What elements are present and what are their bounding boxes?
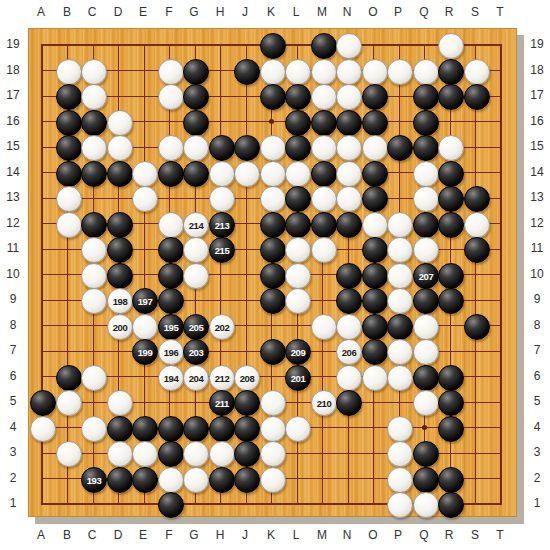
stone-black-R14: [438, 161, 464, 187]
coord-row-12-right: 12: [525, 215, 549, 231]
coord-row-11-right: 11: [525, 240, 549, 256]
star-point: [269, 119, 274, 124]
coord-col-P-top: P: [388, 4, 408, 20]
stone-white-P1: [387, 492, 413, 518]
coord-col-D-bottom: D: [108, 527, 128, 543]
stone-white-R19: [438, 33, 464, 59]
stone-black-O17: [362, 84, 388, 110]
coord-row-4-left: 4: [1, 419, 25, 435]
stone-black-E2: [132, 467, 158, 493]
stone-black-J4: [234, 416, 260, 442]
stone-white-P3: [387, 441, 413, 467]
coord-col-J-bottom: J: [235, 527, 255, 543]
stone-white-P6: [387, 365, 413, 391]
coord-row-11-left: 11: [1, 240, 25, 256]
coord-col-E-top: E: [133, 4, 153, 20]
stone-white-P18: [387, 59, 413, 85]
stone-white-K15: [260, 135, 286, 161]
stone-black-R12: [438, 212, 464, 238]
stone-white-B18: [56, 59, 82, 85]
coord-row-1-right: 1: [525, 495, 549, 511]
coord-row-13-left: 13: [1, 189, 25, 205]
coord-col-F-top: F: [159, 4, 179, 20]
stone-black-L17: [285, 84, 311, 110]
stone-black-R18: [438, 59, 464, 85]
stone-white-L14: [285, 161, 311, 187]
move-label-203-stone-G7: 203: [183, 339, 209, 365]
move-label-195-stone-F8: 195: [158, 314, 184, 340]
coord-col-T-bottom: T: [490, 527, 510, 543]
stone-black-L15: [285, 135, 311, 161]
stone-white-K5: [260, 390, 286, 416]
stone-black-H4: [209, 416, 235, 442]
stone-white-G15: [183, 135, 209, 161]
coord-row-6-left: 6: [1, 368, 25, 384]
stone-black-O9: [362, 288, 388, 314]
coord-row-5-right: 5: [525, 393, 549, 409]
stone-black-Q12: [413, 212, 439, 238]
stone-white-C6: [81, 365, 107, 391]
stone-black-R9: [438, 288, 464, 314]
stone-black-O10: [362, 263, 388, 289]
stone-white-K2: [260, 467, 286, 493]
stone-black-D11: [107, 237, 133, 263]
stone-white-S12: [464, 212, 490, 238]
stone-black-A5: [30, 390, 56, 416]
stone-black-D2: [107, 467, 133, 493]
stone-white-C17: [81, 84, 107, 110]
coord-col-A-top: A: [31, 4, 51, 20]
stone-white-Q13: [413, 186, 439, 212]
move-label-210-stone-M5: 210: [311, 390, 337, 416]
coord-col-M-bottom: M: [312, 527, 332, 543]
stone-black-H2: [209, 467, 235, 493]
stone-white-F15: [158, 135, 184, 161]
stone-white-M8: [311, 314, 337, 340]
coord-col-G-bottom: G: [184, 527, 204, 543]
stone-white-N8: [336, 314, 362, 340]
stone-black-B15: [56, 135, 82, 161]
stone-white-N17: [336, 84, 362, 110]
coord-col-H-bottom: H: [210, 527, 230, 543]
stone-white-B5: [56, 390, 82, 416]
go-diagram: 2142132152071981972001952052021991962032…: [0, 0, 550, 550]
coord-col-B-bottom: B: [57, 527, 77, 543]
stone-black-G4: [183, 416, 209, 442]
coord-row-16-left: 16: [1, 113, 25, 129]
move-label-209-stone-L7: 209: [285, 339, 311, 365]
coord-col-S-top: S: [465, 4, 485, 20]
stone-white-M13: [311, 186, 337, 212]
stone-black-Q9: [413, 288, 439, 314]
stone-white-P12: [387, 212, 413, 238]
coord-row-19-left: 19: [1, 36, 25, 52]
stone-white-K3: [260, 441, 286, 467]
coord-col-L-bottom: L: [286, 527, 306, 543]
coord-row-14-right: 14: [525, 164, 549, 180]
coord-col-C-top: C: [82, 4, 102, 20]
star-point: [422, 425, 427, 430]
stone-black-G17: [183, 84, 209, 110]
move-label-194-stone-F6: 194: [158, 365, 184, 391]
stone-white-N18: [336, 59, 362, 85]
stone-white-G2: [183, 467, 209, 493]
stone-black-M16: [311, 110, 337, 136]
stone-black-S8: [464, 314, 490, 340]
stone-white-S18: [464, 59, 490, 85]
stone-black-Q3: [413, 441, 439, 467]
stone-white-Q14: [413, 161, 439, 187]
stone-white-Q5: [413, 390, 439, 416]
move-label-197-stone-E9: 197: [132, 288, 158, 314]
stone-white-Q11: [413, 237, 439, 263]
stone-white-C11: [81, 237, 107, 263]
stone-black-B14: [56, 161, 82, 187]
stone-black-L12: [285, 212, 311, 238]
stone-black-N16: [336, 110, 362, 136]
stone-black-C14: [81, 161, 107, 187]
stone-black-N5: [336, 390, 362, 416]
move-label-198-stone-D9: 198: [107, 288, 133, 314]
stone-black-K17: [260, 84, 286, 110]
coord-row-10-right: 10: [525, 266, 549, 282]
stone-white-Q18: [413, 59, 439, 85]
coord-row-18-right: 18: [525, 62, 549, 78]
stone-black-R10: [438, 263, 464, 289]
coord-col-B-top: B: [57, 4, 77, 20]
coord-row-2-right: 2: [525, 470, 549, 486]
coord-col-E-bottom: E: [133, 527, 153, 543]
coord-col-F-bottom: F: [159, 527, 179, 543]
coord-col-Q-top: Q: [414, 4, 434, 20]
coord-col-K-bottom: K: [261, 527, 281, 543]
stone-white-E14: [132, 161, 158, 187]
move-label-207-stone-Q10: 207: [413, 263, 439, 289]
stone-white-D5: [107, 390, 133, 416]
stone-black-B17: [56, 84, 82, 110]
coord-col-A-bottom: A: [31, 527, 51, 543]
move-label-202-stone-H8: 202: [209, 314, 235, 340]
grid-line-v: [500, 44, 502, 505]
coord-col-R-bottom: R: [439, 527, 459, 543]
stone-black-F11: [158, 237, 184, 263]
stone-white-R15: [438, 135, 464, 161]
stone-white-P11: [387, 237, 413, 263]
coord-row-19-right: 19: [525, 36, 549, 52]
stone-black-R1: [438, 492, 464, 518]
stone-black-Q6: [413, 365, 439, 391]
coord-row-16-right: 16: [525, 113, 549, 129]
coord-row-17-right: 17: [525, 87, 549, 103]
stone-black-F3: [158, 441, 184, 467]
coord-col-H-top: H: [210, 4, 230, 20]
stone-white-B3: [56, 441, 82, 467]
stone-black-Q2: [413, 467, 439, 493]
stone-white-M17: [311, 84, 337, 110]
coord-col-N-top: N: [337, 4, 357, 20]
move-label-213-stone-H12: 213: [209, 212, 235, 238]
stone-black-L13: [285, 186, 311, 212]
move-label-211-stone-H5: 211: [209, 390, 235, 416]
stone-white-O15: [362, 135, 388, 161]
stone-white-O12: [362, 212, 388, 238]
stone-white-P4: [387, 416, 413, 442]
stone-black-R5: [438, 390, 464, 416]
move-label-199-stone-E7: 199: [132, 339, 158, 365]
stone-white-K4: [260, 416, 286, 442]
stone-black-F14: [158, 161, 184, 187]
stone-white-B12: [56, 212, 82, 238]
coord-row-12-left: 12: [1, 215, 25, 231]
stone-white-H3: [209, 441, 235, 467]
stone-black-N12: [336, 212, 362, 238]
stone-white-D16: [107, 110, 133, 136]
stone-black-F1: [158, 492, 184, 518]
stone-white-J14: [234, 161, 260, 187]
stone-black-J2: [234, 467, 260, 493]
coord-row-17-left: 17: [1, 87, 25, 103]
move-label-214-stone-G12: 214: [183, 212, 209, 238]
coord-col-D-top: D: [108, 4, 128, 20]
stone-white-E13: [132, 186, 158, 212]
stone-white-H14: [209, 161, 235, 187]
stone-white-F12: [158, 212, 184, 238]
stone-white-N14: [336, 161, 362, 187]
coord-col-L-top: L: [286, 4, 306, 20]
stone-white-B13: [56, 186, 82, 212]
stone-black-F9: [158, 288, 184, 314]
coord-row-5-left: 5: [1, 393, 25, 409]
stone-black-M14: [311, 161, 337, 187]
stone-black-B6: [56, 365, 82, 391]
coord-row-8-left: 8: [1, 317, 25, 333]
coord-row-7-right: 7: [525, 342, 549, 358]
stone-black-G16: [183, 110, 209, 136]
stone-black-D14: [107, 161, 133, 187]
stone-black-K10: [260, 263, 286, 289]
stone-black-E4: [132, 416, 158, 442]
stone-black-J3: [234, 441, 260, 467]
stone-white-M15: [311, 135, 337, 161]
stone-black-Q17: [413, 84, 439, 110]
stone-white-N19: [336, 33, 362, 59]
coord-col-P-bottom: P: [388, 527, 408, 543]
stone-black-N10: [336, 263, 362, 289]
stone-black-O11: [362, 237, 388, 263]
stone-white-N13: [336, 186, 362, 212]
coord-col-R-top: R: [439, 4, 459, 20]
coord-row-14-left: 14: [1, 164, 25, 180]
coord-row-10-left: 10: [1, 266, 25, 282]
coord-row-2-left: 2: [1, 470, 25, 486]
grid-line-v: [475, 44, 476, 505]
coord-row-15-right: 15: [525, 138, 549, 154]
stone-white-M11: [311, 237, 337, 263]
stone-white-Q1: [413, 492, 439, 518]
coord-col-N-bottom: N: [337, 527, 357, 543]
stone-black-M12: [311, 212, 337, 238]
stone-white-P9: [387, 288, 413, 314]
stone-black-N9: [336, 288, 362, 314]
stone-white-H13: [209, 186, 235, 212]
stone-white-P7: [387, 339, 413, 365]
coord-col-J-top: J: [235, 4, 255, 20]
stone-black-R13: [438, 186, 464, 212]
stone-white-N15: [336, 135, 362, 161]
move-label-215-stone-H11: 215: [209, 237, 235, 263]
stone-black-O13: [362, 186, 388, 212]
stone-black-J18: [234, 59, 260, 85]
stone-white-A4: [30, 416, 56, 442]
stone-black-S17: [464, 84, 490, 110]
stone-white-C15: [81, 135, 107, 161]
stone-white-K14: [260, 161, 286, 187]
stone-white-F2: [158, 467, 184, 493]
stone-black-F4: [158, 416, 184, 442]
coord-col-C-bottom: C: [82, 527, 102, 543]
stone-black-D10: [107, 263, 133, 289]
stone-white-L10: [285, 263, 311, 289]
move-label-201-stone-L6: 201: [285, 365, 311, 391]
stone-white-C18: [81, 59, 107, 85]
stone-black-Q16: [413, 110, 439, 136]
stone-white-M18: [311, 59, 337, 85]
stone-white-D3: [107, 441, 133, 467]
coord-col-G-top: G: [184, 4, 204, 20]
coord-row-6-right: 6: [525, 368, 549, 384]
coord-row-9-left: 9: [1, 291, 25, 307]
move-label-212-stone-H6: 212: [209, 365, 235, 391]
coord-col-M-top: M: [312, 4, 332, 20]
stone-white-G11: [183, 237, 209, 263]
stone-white-O18: [362, 59, 388, 85]
stone-black-B16: [56, 110, 82, 136]
stone-black-G18: [183, 59, 209, 85]
stone-black-D12: [107, 212, 133, 238]
stone-white-L9: [285, 288, 311, 314]
stone-white-C10: [81, 263, 107, 289]
stone-black-R6: [438, 365, 464, 391]
coord-col-T-top: T: [490, 4, 510, 20]
stone-black-P8: [387, 314, 413, 340]
stone-black-R2: [438, 467, 464, 493]
stone-black-O16: [362, 110, 388, 136]
coord-col-K-top: K: [261, 4, 281, 20]
stone-black-K12: [260, 212, 286, 238]
stone-white-O6: [362, 365, 388, 391]
stone-white-N6: [336, 365, 362, 391]
stone-black-O14: [362, 161, 388, 187]
coord-col-O-bottom: O: [363, 527, 383, 543]
stone-black-G14: [183, 161, 209, 187]
stone-black-D4: [107, 416, 133, 442]
stone-white-G10: [183, 263, 209, 289]
stone-white-E3: [132, 441, 158, 467]
coord-row-3-right: 3: [525, 444, 549, 460]
coord-row-9-right: 9: [525, 291, 549, 307]
coord-col-Q-bottom: Q: [414, 527, 434, 543]
stone-black-C16: [81, 110, 107, 136]
stone-black-O7: [362, 339, 388, 365]
coord-row-3-left: 3: [1, 444, 25, 460]
stone-white-P10: [387, 263, 413, 289]
stone-black-K19: [260, 33, 286, 59]
move-label-193-stone-C2: 193: [81, 467, 107, 493]
stone-black-K11: [260, 237, 286, 263]
stone-white-F17: [158, 84, 184, 110]
move-label-196-stone-F7: 196: [158, 339, 184, 365]
stone-black-O8: [362, 314, 388, 340]
stone-black-R4: [438, 416, 464, 442]
stone-white-L4: [285, 416, 311, 442]
stone-white-K13: [260, 186, 286, 212]
coord-row-18-left: 18: [1, 62, 25, 78]
stone-white-P2: [387, 467, 413, 493]
stone-black-M19: [311, 33, 337, 59]
move-label-200-stone-D8: 200: [107, 314, 133, 340]
move-label-205-stone-G8: 205: [183, 314, 209, 340]
coord-col-S-bottom: S: [465, 527, 485, 543]
move-label-204-stone-G6: 204: [183, 365, 209, 391]
stone-white-C9: [81, 288, 107, 314]
stone-white-K18: [260, 59, 286, 85]
stone-white-F18: [158, 59, 184, 85]
stone-white-C4: [81, 416, 107, 442]
coord-row-13-right: 13: [525, 189, 549, 205]
coord-row-15-left: 15: [1, 138, 25, 154]
coord-col-O-top: O: [363, 4, 383, 20]
stone-black-S11: [464, 237, 490, 263]
stone-white-E8: [132, 314, 158, 340]
stone-black-R17: [438, 84, 464, 110]
coord-row-7-left: 7: [1, 342, 25, 358]
stone-white-D15: [107, 135, 133, 161]
stone-black-H15: [209, 135, 235, 161]
stone-white-L11: [285, 237, 311, 263]
stone-black-F10: [158, 263, 184, 289]
move-label-208-stone-J6: 208: [234, 365, 260, 391]
coord-row-8-right: 8: [525, 317, 549, 333]
stone-white-G3: [183, 441, 209, 467]
stone-black-J5: [234, 390, 260, 416]
coord-row-4-right: 4: [525, 419, 549, 435]
stone-black-J15: [234, 135, 260, 161]
stone-black-P15: [387, 135, 413, 161]
go-board[interactable]: 2142132152071981972001952052021991962032…: [28, 28, 517, 517]
stone-white-L18: [285, 59, 311, 85]
stone-black-L16: [285, 110, 311, 136]
stone-black-S13: [464, 186, 490, 212]
move-label-206-stone-N7: 206: [336, 339, 362, 365]
stone-black-Q15: [413, 135, 439, 161]
stone-white-Q8: [413, 314, 439, 340]
stone-black-K7: [260, 339, 286, 365]
stone-white-Q7: [413, 339, 439, 365]
stone-black-C12: [81, 212, 107, 238]
stone-black-K9: [260, 288, 286, 314]
coord-row-1-left: 1: [1, 495, 25, 511]
